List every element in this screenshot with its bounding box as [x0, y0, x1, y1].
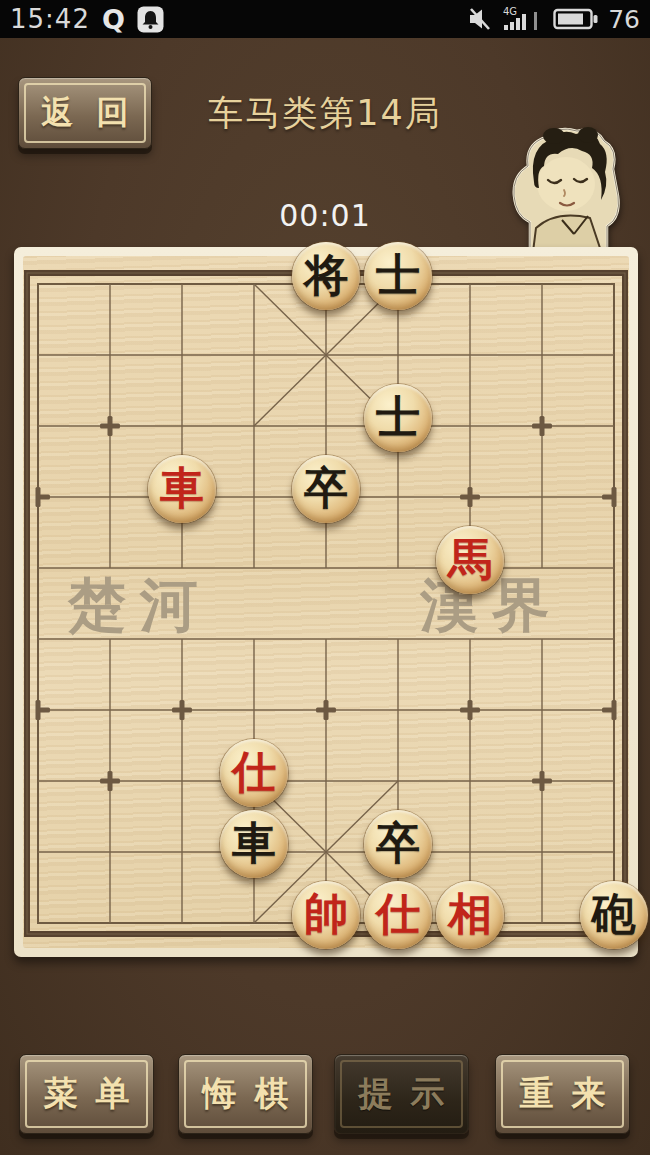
piece-glyph: 仕 — [232, 750, 276, 794]
piece-red-elephant[interactable]: 相 — [436, 881, 504, 949]
piece-glyph: 砲 — [592, 892, 636, 936]
piece-red-chariot[interactable]: 車 — [148, 455, 216, 523]
undo-button-label: 悔棋 — [185, 1071, 307, 1117]
network-label: 4G — [503, 6, 517, 17]
piece-red-advisor-2[interactable]: 仕 — [364, 881, 432, 949]
piece-glyph: 相 — [448, 892, 492, 936]
piece-glyph: 車 — [160, 466, 204, 510]
undo-button[interactable]: 悔棋 — [178, 1054, 313, 1134]
restart-button-label: 重来 — [502, 1071, 624, 1117]
piece-red-horse[interactable]: 馬 — [436, 526, 504, 594]
clock-time: 15:42 — [10, 4, 90, 34]
battery-percent: 76 — [608, 5, 640, 34]
piece-black-general[interactable]: 将 — [292, 242, 360, 310]
piece-glyph: 士 — [376, 395, 420, 439]
status-bar: 15:42 Q 4G 76 — [0, 0, 650, 38]
hint-button-label: 提示 — [341, 1071, 463, 1117]
hint-button[interactable]: 提示 — [334, 1054, 469, 1134]
piece-glyph: 卒 — [304, 466, 348, 510]
qq-notification-icon: Q — [102, 6, 125, 33]
piece-black-soldier-1[interactable]: 卒 — [292, 455, 360, 523]
girl-painting — [498, 124, 648, 260]
piece-glyph: 仕 — [376, 892, 420, 936]
piece-glyph: 士 — [376, 253, 420, 297]
menu-button-label: 菜单 — [26, 1071, 148, 1117]
piece-glyph: 卒 — [376, 821, 420, 865]
piece-black-chariot[interactable]: 車 — [220, 810, 288, 878]
mute-icon — [467, 6, 493, 32]
notification-bell-icon — [137, 6, 164, 33]
piece-black-soldier-2[interactable]: 卒 — [364, 810, 432, 878]
piece-red-general[interactable]: 帥 — [292, 881, 360, 949]
signal-icon: 4G — [502, 6, 544, 32]
piece-glyph: 将 — [304, 253, 348, 297]
piece-glyph: 車 — [232, 821, 276, 865]
pieces-layer: 将士士車卒馬仕車卒帥仕相砲 — [14, 247, 638, 957]
piece-black-cannon[interactable]: 砲 — [580, 881, 648, 949]
restart-button[interactable]: 重来 — [495, 1054, 630, 1134]
menu-button[interactable]: 菜单 — [19, 1054, 154, 1134]
piece-glyph: 馬 — [448, 537, 492, 581]
piece-black-advisor-2[interactable]: 士 — [364, 384, 432, 452]
battery-icon — [553, 6, 599, 32]
piece-black-advisor-1[interactable]: 士 — [364, 242, 432, 310]
piece-glyph: 帥 — [304, 892, 348, 936]
piece-red-advisor-1[interactable]: 仕 — [220, 739, 288, 807]
xiangqi-board: 楚河 漢界 将士士車卒馬仕車卒帥仕相砲 — [14, 247, 638, 957]
